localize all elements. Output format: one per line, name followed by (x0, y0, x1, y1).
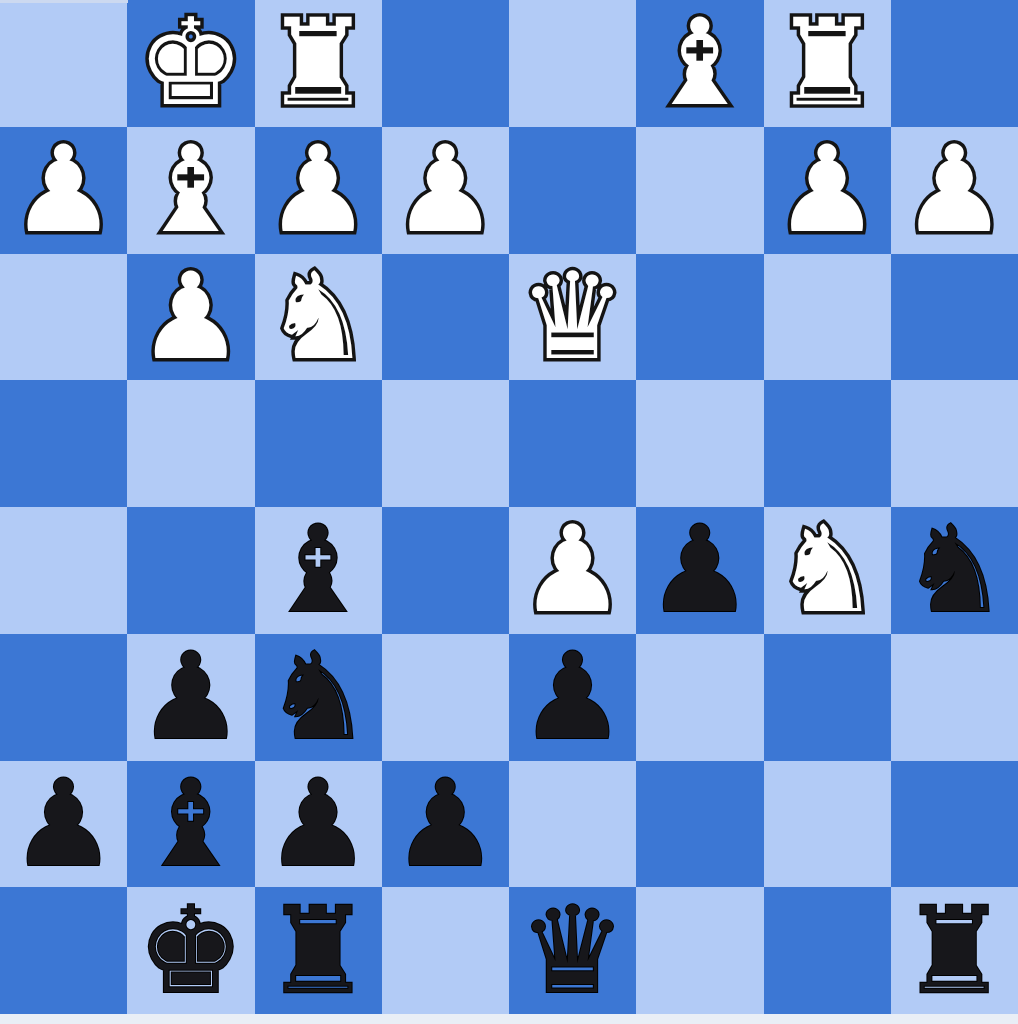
white-knight[interactable]: ♞ (264, 257, 372, 377)
square-a1[interactable] (891, 0, 1018, 127)
white-pawn[interactable]: ♟ (519, 510, 627, 630)
square-h2[interactable]: ♟ (0, 127, 127, 254)
square-a8[interactable]: ♜ (891, 887, 1018, 1014)
square-e2[interactable]: ♟ (382, 127, 509, 254)
square-h8[interactable] (0, 887, 127, 1014)
square-c3[interactable] (636, 254, 763, 381)
white-rook[interactable]: ♜ (773, 3, 881, 123)
square-g7[interactable]: ♝ (127, 761, 254, 888)
square-e8[interactable] (382, 887, 509, 1014)
square-d5[interactable]: ♟ (509, 507, 636, 634)
black-pawn[interactable]: ♟ (137, 637, 245, 757)
white-pawn[interactable]: ♟ (264, 130, 372, 250)
square-f1[interactable]: ♜ (255, 0, 382, 127)
white-bishop[interactable]: ♝ (137, 130, 245, 250)
chess-app-screen: ♚♜♝♜♟♝♟♟♟♟♟♞♛♝♟♟♞♞♟♞♟♟♝♟♟♚♜♛♜ (0, 0, 1018, 1024)
black-rook[interactable]: ♜ (901, 891, 1009, 1011)
square-h7[interactable]: ♟ (0, 761, 127, 888)
square-b5[interactable]: ♞ (764, 507, 891, 634)
square-d2[interactable] (509, 127, 636, 254)
square-f2[interactable]: ♟ (255, 127, 382, 254)
square-h1[interactable] (0, 0, 127, 127)
white-knight[interactable]: ♞ (773, 510, 881, 630)
square-c7[interactable] (636, 761, 763, 888)
square-h5[interactable] (0, 507, 127, 634)
square-f5[interactable]: ♝ (255, 507, 382, 634)
square-h4[interactable] (0, 380, 127, 507)
square-b2[interactable]: ♟ (764, 127, 891, 254)
black-rook[interactable]: ♜ (264, 891, 372, 1011)
square-c5[interactable]: ♟ (636, 507, 763, 634)
square-e4[interactable] (382, 380, 509, 507)
square-b6[interactable] (764, 634, 891, 761)
square-h3[interactable] (0, 254, 127, 381)
square-f3[interactable]: ♞ (255, 254, 382, 381)
square-a7[interactable] (891, 761, 1018, 888)
square-d4[interactable] (509, 380, 636, 507)
square-d7[interactable] (509, 761, 636, 888)
white-pawn[interactable]: ♟ (901, 130, 1009, 250)
black-bishop[interactable]: ♝ (264, 510, 372, 630)
square-b1[interactable]: ♜ (764, 0, 891, 127)
square-e5[interactable] (382, 507, 509, 634)
square-c6[interactable] (636, 634, 763, 761)
white-rook[interactable]: ♜ (264, 3, 372, 123)
square-a3[interactable] (891, 254, 1018, 381)
black-pawn[interactable]: ♟ (10, 764, 118, 884)
square-b8[interactable] (764, 887, 891, 1014)
square-f8[interactable]: ♜ (255, 887, 382, 1014)
board-edge-top (0, 0, 128, 3)
square-c4[interactable] (636, 380, 763, 507)
chess-board: ♚♜♝♜♟♝♟♟♟♟♟♞♛♝♟♟♞♞♟♞♟♟♝♟♟♚♜♛♜ (0, 0, 1018, 1014)
black-queen[interactable]: ♛ (519, 891, 627, 1011)
black-king[interactable]: ♚ (137, 891, 245, 1011)
square-h6[interactable] (0, 634, 127, 761)
white-bishop[interactable]: ♝ (646, 3, 754, 123)
square-b7[interactable] (764, 761, 891, 888)
square-a6[interactable] (891, 634, 1018, 761)
square-c1[interactable]: ♝ (636, 0, 763, 127)
white-king[interactable]: ♚ (137, 3, 245, 123)
black-bishop[interactable]: ♝ (137, 764, 245, 884)
square-f7[interactable]: ♟ (255, 761, 382, 888)
square-b4[interactable] (764, 380, 891, 507)
black-pawn[interactable]: ♟ (392, 764, 500, 884)
white-pawn[interactable]: ♟ (773, 130, 881, 250)
square-d8[interactable]: ♛ (509, 887, 636, 1014)
square-e6[interactable] (382, 634, 509, 761)
square-g3[interactable]: ♟ (127, 254, 254, 381)
square-e7[interactable]: ♟ (382, 761, 509, 888)
square-g8[interactable]: ♚ (127, 887, 254, 1014)
square-d3[interactable]: ♛ (509, 254, 636, 381)
square-g2[interactable]: ♝ (127, 127, 254, 254)
board-edge-bottom (0, 1014, 1018, 1024)
square-e3[interactable] (382, 254, 509, 381)
white-pawn[interactable]: ♟ (137, 257, 245, 377)
square-g6[interactable]: ♟ (127, 634, 254, 761)
square-a4[interactable] (891, 380, 1018, 507)
square-a5[interactable]: ♞ (891, 507, 1018, 634)
white-pawn[interactable]: ♟ (392, 130, 500, 250)
square-g5[interactable] (127, 507, 254, 634)
square-f6[interactable]: ♞ (255, 634, 382, 761)
black-pawn[interactable]: ♟ (646, 510, 754, 630)
square-e1[interactable] (382, 0, 509, 127)
square-a2[interactable]: ♟ (891, 127, 1018, 254)
square-c8[interactable] (636, 887, 763, 1014)
black-pawn[interactable]: ♟ (264, 764, 372, 884)
square-d6[interactable]: ♟ (509, 634, 636, 761)
black-knight[interactable]: ♞ (264, 637, 372, 757)
black-knight[interactable]: ♞ (901, 510, 1009, 630)
square-g1[interactable]: ♚ (127, 0, 254, 127)
white-queen[interactable]: ♛ (519, 257, 627, 377)
square-d1[interactable] (509, 0, 636, 127)
white-pawn[interactable]: ♟ (10, 130, 118, 250)
square-b3[interactable] (764, 254, 891, 381)
square-c2[interactable] (636, 127, 763, 254)
square-f4[interactable] (255, 380, 382, 507)
black-pawn[interactable]: ♟ (519, 637, 627, 757)
square-g4[interactable] (127, 380, 254, 507)
